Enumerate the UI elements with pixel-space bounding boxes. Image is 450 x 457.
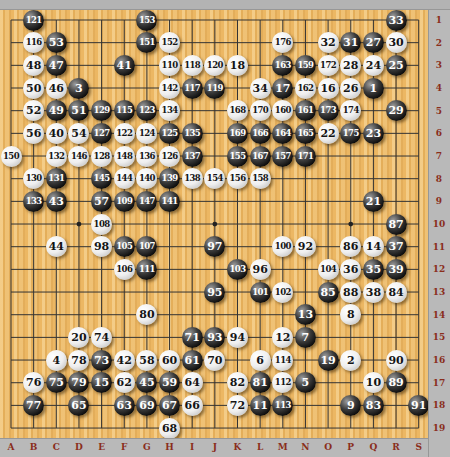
move-number: 137 bbox=[184, 152, 200, 161]
move-number: 91 bbox=[411, 400, 426, 411]
stone-C6[interactable]: 40 bbox=[46, 123, 67, 144]
move-number: 65 bbox=[71, 400, 86, 411]
move-number: 9 bbox=[347, 400, 355, 411]
stone-O13[interactable]: 85 bbox=[318, 282, 339, 303]
stone-L4[interactable]: 34 bbox=[250, 78, 271, 99]
move-number: 63 bbox=[117, 400, 132, 411]
stone-O5[interactable]: 173 bbox=[318, 100, 339, 121]
move-number: 101 bbox=[252, 288, 268, 297]
col-label-D: D bbox=[75, 443, 83, 452]
row-label-5: 5 bbox=[436, 106, 442, 115]
col-label-C: C bbox=[53, 443, 60, 452]
stone-I18[interactable]: 66 bbox=[182, 395, 203, 416]
move-number: 128 bbox=[94, 152, 110, 161]
stone-H18[interactable]: 67 bbox=[159, 395, 180, 416]
move-number: 76 bbox=[26, 377, 41, 388]
stone-E9[interactable]: 57 bbox=[91, 191, 112, 212]
star-point bbox=[77, 222, 82, 227]
stone-C5[interactable]: 49 bbox=[46, 100, 67, 121]
move-number: 175 bbox=[343, 129, 359, 138]
move-number: 158 bbox=[252, 174, 268, 183]
stone-N15[interactable]: 7 bbox=[295, 327, 316, 348]
stone-B1[interactable]: 121 bbox=[23, 10, 44, 31]
move-number: 66 bbox=[185, 400, 200, 411]
move-number: 10 bbox=[366, 377, 381, 388]
stone-O4[interactable]: 16 bbox=[318, 78, 339, 99]
stone-F9[interactable]: 109 bbox=[114, 191, 135, 212]
stone-P18[interactable]: 9 bbox=[340, 395, 361, 416]
move-number: 77 bbox=[26, 400, 41, 411]
stone-I16[interactable]: 61 bbox=[182, 350, 203, 371]
stone-L13[interactable]: 101 bbox=[250, 282, 271, 303]
stone-N4[interactable]: 162 bbox=[295, 78, 316, 99]
stone-J4[interactable]: 119 bbox=[204, 78, 225, 99]
move-number: 81 bbox=[252, 377, 267, 388]
move-number: 116 bbox=[26, 38, 42, 47]
move-number: 132 bbox=[48, 152, 64, 161]
move-number: 86 bbox=[343, 241, 358, 252]
stone-C9[interactable]: 43 bbox=[46, 191, 67, 212]
row-label-3: 3 bbox=[436, 61, 442, 70]
move-number: 147 bbox=[139, 197, 155, 206]
stone-I4[interactable]: 117 bbox=[182, 78, 203, 99]
stone-Q4[interactable]: 1 bbox=[363, 78, 384, 99]
stone-M4[interactable]: 17 bbox=[272, 78, 293, 99]
stone-J16[interactable]: 70 bbox=[204, 350, 225, 371]
move-number: 32 bbox=[320, 37, 335, 48]
stone-R12[interactable]: 39 bbox=[386, 259, 407, 280]
move-number: 50 bbox=[26, 83, 41, 94]
stone-K7[interactable]: 155 bbox=[227, 146, 248, 167]
move-number: 12 bbox=[275, 332, 290, 343]
move-number: 8 bbox=[347, 309, 355, 320]
row-coordinate-bar bbox=[428, 10, 450, 457]
stone-K15[interactable]: 94 bbox=[227, 327, 248, 348]
go-diagram: 1211533311653151152176323127304847411101… bbox=[0, 0, 450, 457]
stone-K12[interactable]: 103 bbox=[227, 259, 248, 280]
stone-F7[interactable]: 148 bbox=[114, 146, 135, 167]
move-number: 157 bbox=[275, 152, 291, 161]
move-number: 39 bbox=[388, 264, 403, 275]
move-number: 41 bbox=[117, 60, 132, 71]
move-number: 75 bbox=[49, 377, 64, 388]
stone-K18[interactable]: 72 bbox=[227, 395, 248, 416]
stone-N17[interactable]: 5 bbox=[295, 372, 316, 393]
move-number: 145 bbox=[94, 174, 110, 183]
move-number: 28 bbox=[343, 60, 358, 71]
row-label-16: 16 bbox=[433, 356, 446, 365]
move-number: 73 bbox=[94, 355, 109, 366]
move-number: 37 bbox=[388, 241, 403, 252]
stone-F6[interactable]: 122 bbox=[114, 123, 135, 144]
move-number: 148 bbox=[116, 152, 132, 161]
stone-Q6[interactable]: 23 bbox=[363, 123, 384, 144]
stone-H6[interactable]: 125 bbox=[159, 123, 180, 144]
stone-F18[interactable]: 63 bbox=[114, 395, 135, 416]
row-label-13: 13 bbox=[433, 288, 446, 297]
move-number: 95 bbox=[207, 287, 222, 298]
stone-O6[interactable]: 22 bbox=[318, 123, 339, 144]
move-number: 136 bbox=[139, 152, 155, 161]
stone-R1[interactable]: 33 bbox=[386, 10, 407, 31]
move-number: 159 bbox=[297, 61, 313, 70]
move-number: 31 bbox=[343, 37, 358, 48]
move-number: 176 bbox=[275, 38, 291, 47]
star-point bbox=[212, 222, 217, 227]
stone-H16[interactable]: 60 bbox=[159, 350, 180, 371]
stone-O16[interactable]: 19 bbox=[318, 350, 339, 371]
stone-O12[interactable]: 104 bbox=[318, 259, 339, 280]
stone-F5[interactable]: 115 bbox=[114, 100, 135, 121]
stone-I17[interactable]: 64 bbox=[182, 372, 203, 393]
stone-P16[interactable]: 2 bbox=[340, 350, 361, 371]
stone-F11[interactable]: 105 bbox=[114, 236, 135, 257]
move-number: 142 bbox=[162, 84, 178, 93]
stone-C4[interactable]: 46 bbox=[46, 78, 67, 99]
move-number: 125 bbox=[162, 129, 178, 138]
stone-Q12[interactable]: 35 bbox=[363, 259, 384, 280]
col-label-G: G bbox=[143, 443, 151, 452]
stone-E10[interactable]: 108 bbox=[91, 214, 112, 235]
stone-P6[interactable]: 175 bbox=[340, 123, 361, 144]
move-number: 164 bbox=[275, 129, 291, 138]
move-number: 16 bbox=[320, 83, 335, 94]
row-label-15: 15 bbox=[433, 333, 446, 342]
stone-D16[interactable]: 78 bbox=[68, 350, 89, 371]
col-label-E: E bbox=[98, 443, 105, 452]
stone-F12[interactable]: 106 bbox=[114, 259, 135, 280]
stone-I6[interactable]: 135 bbox=[182, 123, 203, 144]
stone-C7[interactable]: 132 bbox=[46, 146, 67, 167]
stone-G1[interactable]: 153 bbox=[136, 10, 157, 31]
move-number: 119 bbox=[207, 84, 223, 93]
stone-D7[interactable]: 146 bbox=[68, 146, 89, 167]
go-board[interactable]: 1211533311653151152176323127304847411101… bbox=[0, 10, 428, 438]
stone-E15[interactable]: 74 bbox=[91, 327, 112, 348]
move-number: 114 bbox=[275, 356, 291, 365]
move-number: 138 bbox=[184, 174, 200, 183]
stone-F17[interactable]: 62 bbox=[114, 372, 135, 393]
row-label-2: 2 bbox=[436, 38, 442, 47]
stone-B6[interactable]: 56 bbox=[23, 123, 44, 144]
move-number: 46 bbox=[49, 83, 64, 94]
move-number: 53 bbox=[49, 37, 64, 48]
stone-L8[interactable]: 158 bbox=[250, 168, 271, 189]
move-number: 44 bbox=[49, 241, 64, 252]
stone-L6[interactable]: 166 bbox=[250, 123, 271, 144]
stone-P3[interactable]: 28 bbox=[340, 55, 361, 76]
move-number: 166 bbox=[252, 129, 268, 138]
stone-E16[interactable]: 73 bbox=[91, 350, 112, 371]
stone-K3[interactable]: 18 bbox=[227, 55, 248, 76]
move-number: 14 bbox=[366, 241, 381, 252]
move-number: 51 bbox=[71, 105, 86, 116]
stone-M6[interactable]: 164 bbox=[272, 123, 293, 144]
stone-N7[interactable]: 171 bbox=[295, 146, 316, 167]
move-number: 56 bbox=[26, 128, 41, 139]
move-number: 146 bbox=[71, 152, 87, 161]
move-number: 7 bbox=[302, 332, 310, 343]
stone-I3[interactable]: 118 bbox=[182, 55, 203, 76]
move-number: 107 bbox=[139, 242, 155, 251]
col-label-S: S bbox=[415, 443, 422, 452]
stone-I8[interactable]: 138 bbox=[182, 168, 203, 189]
stone-R16[interactable]: 90 bbox=[386, 350, 407, 371]
move-number: 97 bbox=[207, 241, 222, 252]
stone-L5[interactable]: 170 bbox=[250, 100, 271, 121]
stone-H3[interactable]: 110 bbox=[159, 55, 180, 76]
stone-N11[interactable]: 92 bbox=[295, 236, 316, 257]
row-label-17: 17 bbox=[433, 378, 446, 387]
stone-R11[interactable]: 37 bbox=[386, 236, 407, 257]
move-number: 168 bbox=[230, 106, 246, 115]
col-label-O: O bbox=[324, 443, 332, 452]
stone-L18[interactable]: 11 bbox=[250, 395, 271, 416]
move-number: 58 bbox=[139, 355, 154, 366]
stone-Q2[interactable]: 27 bbox=[363, 32, 384, 53]
stone-C2[interactable]: 53 bbox=[46, 32, 67, 53]
stone-H7[interactable]: 126 bbox=[159, 146, 180, 167]
stone-P12[interactable]: 36 bbox=[340, 259, 361, 280]
stone-C11[interactable]: 44 bbox=[46, 236, 67, 257]
move-number: 25 bbox=[388, 60, 403, 71]
top-frame-bar bbox=[0, 0, 450, 10]
move-number: 59 bbox=[162, 377, 177, 388]
row-label-9: 9 bbox=[436, 197, 442, 206]
move-number: 70 bbox=[207, 355, 222, 366]
move-number: 120 bbox=[207, 61, 223, 70]
stone-B18[interactable]: 77 bbox=[23, 395, 44, 416]
stone-B3[interactable]: 48 bbox=[23, 55, 44, 76]
move-number: 43 bbox=[49, 196, 64, 207]
col-label-H: H bbox=[165, 443, 174, 452]
move-number: 150 bbox=[3, 152, 19, 161]
move-number: 110 bbox=[162, 61, 178, 70]
move-number: 68 bbox=[162, 423, 177, 434]
move-number: 40 bbox=[49, 128, 64, 139]
stone-A7[interactable]: 150 bbox=[1, 146, 22, 167]
move-number: 54 bbox=[71, 128, 86, 139]
move-number: 15 bbox=[94, 377, 109, 388]
stone-M13[interactable]: 102 bbox=[272, 282, 293, 303]
move-number: 162 bbox=[297, 84, 313, 93]
col-label-J: J bbox=[213, 443, 217, 452]
row-label-8: 8 bbox=[436, 174, 442, 183]
stone-R3[interactable]: 25 bbox=[386, 55, 407, 76]
stone-N14[interactable]: 13 bbox=[295, 304, 316, 325]
stone-Q18[interactable]: 83 bbox=[363, 395, 384, 416]
col-label-Q: Q bbox=[369, 443, 377, 452]
col-label-I: I bbox=[190, 443, 194, 452]
move-number: 61 bbox=[185, 355, 200, 366]
stone-P4[interactable]: 26 bbox=[340, 78, 361, 99]
stone-L7[interactable]: 167 bbox=[250, 146, 271, 167]
move-number: 161 bbox=[297, 106, 313, 115]
move-number: 118 bbox=[184, 61, 200, 70]
stone-F3[interactable]: 41 bbox=[114, 55, 135, 76]
stone-G7[interactable]: 136 bbox=[136, 146, 157, 167]
move-number: 19 bbox=[320, 355, 335, 366]
move-number: 129 bbox=[94, 106, 110, 115]
stone-F16[interactable]: 42 bbox=[114, 350, 135, 371]
stone-M7[interactable]: 157 bbox=[272, 146, 293, 167]
move-number: 151 bbox=[139, 38, 155, 47]
move-number: 2 bbox=[347, 355, 355, 366]
move-number: 104 bbox=[320, 265, 336, 274]
stone-C16[interactable]: 4 bbox=[46, 350, 67, 371]
move-number: 3 bbox=[75, 83, 83, 94]
row-label-10: 10 bbox=[433, 220, 446, 229]
move-number: 172 bbox=[320, 61, 336, 70]
move-number: 33 bbox=[388, 15, 403, 26]
stone-H19[interactable]: 68 bbox=[159, 418, 180, 439]
stone-H9[interactable]: 141 bbox=[159, 191, 180, 212]
stone-B9[interactable]: 133 bbox=[23, 191, 44, 212]
stone-M16[interactable]: 114 bbox=[272, 350, 293, 371]
stone-R10[interactable]: 87 bbox=[386, 214, 407, 235]
move-number: 1 bbox=[370, 83, 378, 94]
stone-Q11[interactable]: 14 bbox=[363, 236, 384, 257]
stone-L17[interactable]: 81 bbox=[250, 372, 271, 393]
move-number: 113 bbox=[275, 401, 291, 410]
move-number: 170 bbox=[252, 106, 268, 115]
col-label-N: N bbox=[301, 443, 309, 452]
move-number: 30 bbox=[388, 37, 403, 48]
move-number: 111 bbox=[139, 265, 155, 274]
move-number: 24 bbox=[366, 60, 381, 71]
col-label-P: P bbox=[347, 443, 354, 452]
row-label-7: 7 bbox=[436, 152, 442, 161]
stone-F8[interactable]: 144 bbox=[114, 168, 135, 189]
move-number: 155 bbox=[230, 152, 246, 161]
move-number: 160 bbox=[275, 106, 291, 115]
stone-J13[interactable]: 95 bbox=[204, 282, 225, 303]
stone-Q13[interactable]: 38 bbox=[363, 282, 384, 303]
move-number: 29 bbox=[388, 105, 403, 116]
stone-E7[interactable]: 128 bbox=[91, 146, 112, 167]
stone-L16[interactable]: 6 bbox=[250, 350, 271, 371]
move-number: 92 bbox=[298, 241, 313, 252]
move-number: 48 bbox=[26, 60, 41, 71]
stone-M3[interactable]: 163 bbox=[272, 55, 293, 76]
stone-R17[interactable]: 89 bbox=[386, 372, 407, 393]
move-number: 139 bbox=[162, 174, 178, 183]
stone-G16[interactable]: 58 bbox=[136, 350, 157, 371]
move-number: 47 bbox=[49, 60, 64, 71]
move-number: 94 bbox=[230, 332, 245, 343]
move-number: 80 bbox=[139, 309, 154, 320]
move-number: 156 bbox=[230, 174, 246, 183]
stone-N3[interactable]: 159 bbox=[295, 55, 316, 76]
stone-I15[interactable]: 71 bbox=[182, 327, 203, 348]
row-label-1: 1 bbox=[436, 16, 442, 25]
move-number: 84 bbox=[388, 287, 403, 298]
move-number: 109 bbox=[116, 197, 132, 206]
stone-R5[interactable]: 29 bbox=[386, 100, 407, 121]
move-number: 154 bbox=[207, 174, 223, 183]
move-number: 87 bbox=[388, 219, 403, 230]
move-number: 165 bbox=[297, 129, 313, 138]
move-number: 49 bbox=[49, 105, 64, 116]
move-number: 67 bbox=[162, 400, 177, 411]
stone-O3[interactable]: 172 bbox=[318, 55, 339, 76]
move-number: 88 bbox=[343, 287, 358, 298]
stone-S18[interactable]: 91 bbox=[408, 395, 429, 416]
stone-I7[interactable]: 137 bbox=[182, 146, 203, 167]
stone-O2[interactable]: 32 bbox=[318, 32, 339, 53]
stone-Q17[interactable]: 10 bbox=[363, 372, 384, 393]
move-number: 100 bbox=[275, 242, 291, 251]
stone-E6[interactable]: 127 bbox=[91, 123, 112, 144]
move-number: 126 bbox=[162, 152, 178, 161]
stone-D4[interactable]: 3 bbox=[68, 78, 89, 99]
move-number: 173 bbox=[320, 106, 336, 115]
move-number: 144 bbox=[116, 174, 132, 183]
move-number: 60 bbox=[162, 355, 177, 366]
stone-H4[interactable]: 142 bbox=[159, 78, 180, 99]
move-number: 167 bbox=[252, 152, 268, 161]
move-number: 174 bbox=[343, 106, 359, 115]
move-number: 26 bbox=[343, 83, 358, 94]
move-number: 93 bbox=[207, 332, 222, 343]
move-number: 35 bbox=[366, 264, 381, 275]
stone-R2[interactable]: 30 bbox=[386, 32, 407, 53]
stone-Q9[interactable]: 21 bbox=[363, 191, 384, 212]
stone-K6[interactable]: 169 bbox=[227, 123, 248, 144]
col-label-M: M bbox=[278, 443, 288, 452]
move-number: 89 bbox=[388, 377, 403, 388]
move-number: 105 bbox=[116, 242, 132, 251]
move-number: 13 bbox=[298, 309, 313, 320]
row-label-12: 12 bbox=[433, 265, 446, 274]
col-label-B: B bbox=[30, 443, 38, 452]
stone-N5[interactable]: 161 bbox=[295, 100, 316, 121]
move-number: 131 bbox=[48, 174, 64, 183]
move-number: 124 bbox=[139, 129, 155, 138]
move-number: 71 bbox=[185, 332, 200, 343]
move-number: 38 bbox=[366, 287, 381, 298]
stone-C8[interactable]: 131 bbox=[46, 168, 67, 189]
move-number: 34 bbox=[252, 83, 267, 94]
move-number: 17 bbox=[275, 83, 290, 94]
col-label-L: L bbox=[257, 443, 263, 452]
stone-P13[interactable]: 88 bbox=[340, 282, 361, 303]
move-number: 74 bbox=[94, 332, 109, 343]
move-number: 64 bbox=[185, 377, 200, 388]
move-number: 130 bbox=[26, 174, 42, 183]
move-number: 82 bbox=[230, 377, 245, 388]
move-number: 62 bbox=[117, 377, 132, 388]
move-number: 6 bbox=[256, 355, 264, 366]
star-point bbox=[348, 222, 353, 227]
stone-C3[interactable]: 47 bbox=[46, 55, 67, 76]
stone-N6[interactable]: 165 bbox=[295, 123, 316, 144]
move-number: 21 bbox=[366, 196, 381, 207]
move-number: 4 bbox=[52, 355, 60, 366]
stone-Q3[interactable]: 24 bbox=[363, 55, 384, 76]
move-number: 134 bbox=[162, 106, 178, 115]
row-label-11: 11 bbox=[433, 242, 446, 251]
move-number: 103 bbox=[230, 265, 246, 274]
move-number: 121 bbox=[26, 16, 42, 25]
row-label-18: 18 bbox=[433, 401, 446, 410]
stone-R13[interactable]: 84 bbox=[386, 282, 407, 303]
stone-B4[interactable]: 50 bbox=[23, 78, 44, 99]
stone-L12[interactable]: 96 bbox=[250, 259, 271, 280]
move-number: 72 bbox=[230, 400, 245, 411]
move-number: 171 bbox=[297, 152, 313, 161]
stone-C17[interactable]: 75 bbox=[46, 372, 67, 393]
